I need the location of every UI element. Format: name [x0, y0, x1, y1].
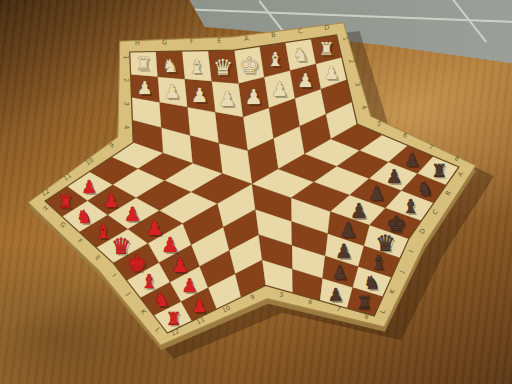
brown-knight[interactable]: ♞ [417, 178, 434, 199]
coordinate-label: 3 [122, 101, 130, 105]
brown-pawn[interactable]: ♟ [368, 182, 386, 205]
white-pawn[interactable]: ♟ [164, 81, 181, 102]
coordinate-label: E [217, 37, 221, 45]
brown-pawn[interactable]: ♟ [404, 150, 420, 170]
white-bishop[interactable]: ♝ [188, 55, 205, 78]
red-pawn[interactable]: ♟ [102, 190, 119, 211]
coordinate-label: 1 [122, 55, 130, 59]
white-rook[interactable]: ♜ [318, 39, 334, 59]
coordinate-label: 4 [122, 125, 130, 129]
white-pawn[interactable]: ♟ [191, 84, 209, 107]
white-king[interactable]: ♚ [239, 52, 259, 78]
white-pawn[interactable]: ♟ [323, 63, 339, 83]
white-bishop[interactable]: ♝ [266, 48, 283, 71]
white-pawn[interactable]: ♟ [271, 78, 289, 101]
coordinate-label: F [190, 37, 194, 45]
brown-pawn[interactable]: ♟ [328, 285, 344, 305]
white-rook[interactable]: ♜ [136, 54, 152, 74]
coordinate-label: H [135, 39, 140, 47]
coordinate-label: 2 [122, 78, 130, 82]
coordinate-label: G [162, 38, 167, 46]
brown-rook[interactable]: ♜ [356, 293, 372, 313]
red-pawn[interactable]: ♟ [81, 177, 97, 197]
red-pawn[interactable]: ♟ [181, 275, 198, 296]
three-player-chess-board: ABCD12345678ABCDIJKL87659101112LKJIEFGH1… [0, 0, 512, 384]
red-bishop[interactable]: ♝ [94, 220, 111, 243]
white-pawn[interactable]: ♟ [297, 70, 314, 91]
red-rook[interactable]: ♜ [58, 192, 74, 212]
brown-rook[interactable]: ♜ [431, 161, 447, 181]
red-knight[interactable]: ♞ [153, 289, 170, 310]
red-pawn[interactable]: ♟ [171, 254, 189, 277]
brown-pawn[interactable]: ♟ [386, 166, 403, 187]
red-rook[interactable]: ♜ [166, 309, 182, 329]
white-knight[interactable]: ♞ [162, 55, 179, 76]
photo-scene: ABCD12345678ABCDIJKL87659101112LKJIEFGH1… [0, 0, 512, 384]
white-pawn[interactable]: ♟ [245, 85, 263, 109]
white-pawn[interactable]: ♟ [218, 87, 236, 111]
white-pawn[interactable]: ♟ [137, 78, 153, 98]
white-knight[interactable]: ♞ [292, 44, 309, 65]
red-pawn[interactable]: ♟ [124, 203, 142, 226]
red-pawn[interactable]: ♟ [191, 296, 207, 316]
white-queen[interactable]: ♛ [213, 54, 233, 80]
red-knight[interactable]: ♞ [76, 206, 93, 227]
brown-pawn[interactable]: ♟ [331, 262, 348, 283]
brown-pawn[interactable]: ♟ [350, 199, 368, 223]
